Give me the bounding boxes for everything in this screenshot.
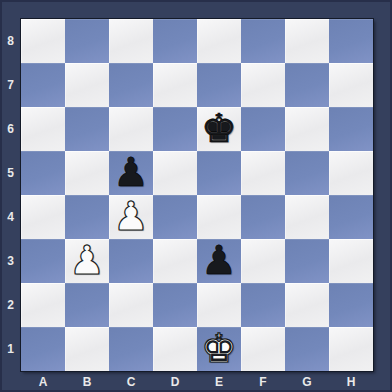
- file-label-f: F: [241, 371, 285, 392]
- rank-label-7: 7: [0, 63, 21, 107]
- rank-label-3: 3: [0, 239, 21, 283]
- square-d2[interactable]: [153, 283, 197, 327]
- square-a1[interactable]: [21, 327, 65, 371]
- file-label-h: H: [329, 371, 373, 392]
- rank-label-1: 1: [0, 327, 21, 371]
- square-b2[interactable]: [65, 283, 109, 327]
- square-e5[interactable]: [197, 151, 241, 195]
- rank-label-2: 2: [0, 283, 21, 327]
- square-f2[interactable]: [241, 283, 285, 327]
- square-a6[interactable]: [21, 107, 65, 151]
- square-e6[interactable]: ♚: [197, 107, 241, 151]
- square-f5[interactable]: [241, 151, 285, 195]
- square-c6[interactable]: [109, 107, 153, 151]
- square-h4[interactable]: [329, 195, 373, 239]
- chess-board[interactable]: ♚♟♟♟♟♚: [21, 19, 373, 371]
- square-c7[interactable]: [109, 63, 153, 107]
- square-d3[interactable]: [153, 239, 197, 283]
- square-f8[interactable]: [241, 19, 285, 63]
- square-b6[interactable]: [65, 107, 109, 151]
- rank-label-6: 6: [0, 107, 21, 151]
- square-g7[interactable]: [285, 63, 329, 107]
- square-a7[interactable]: [21, 63, 65, 107]
- square-d4[interactable]: [153, 195, 197, 239]
- square-d6[interactable]: [153, 107, 197, 151]
- square-g1[interactable]: [285, 327, 329, 371]
- piece-white-pawn[interactable]: ♟: [113, 194, 149, 238]
- rank-label-8: 8: [0, 19, 21, 63]
- square-c4[interactable]: ♟: [109, 195, 153, 239]
- square-d5[interactable]: [153, 151, 197, 195]
- file-label-d: D: [153, 371, 197, 392]
- square-h3[interactable]: [329, 239, 373, 283]
- square-c2[interactable]: [109, 283, 153, 327]
- file-label-g: G: [285, 371, 329, 392]
- chess-diagram-frame: 87654321 ♚♟♟♟♟♚ ABCDEFGH: [0, 0, 392, 392]
- piece-white-king[interactable]: ♚: [201, 326, 237, 370]
- square-g6[interactable]: [285, 107, 329, 151]
- square-e8[interactable]: [197, 19, 241, 63]
- file-label-a: A: [21, 371, 65, 392]
- file-labels: ABCDEFGH: [21, 371, 373, 392]
- square-e2[interactable]: [197, 283, 241, 327]
- square-b3[interactable]: ♟: [65, 239, 109, 283]
- piece-black-pawn[interactable]: ♟: [201, 238, 237, 282]
- rank-label-4: 4: [0, 195, 21, 239]
- square-h2[interactable]: [329, 283, 373, 327]
- rank-label-5: 5: [0, 151, 21, 195]
- square-g3[interactable]: [285, 239, 329, 283]
- square-e1[interactable]: ♚: [197, 327, 241, 371]
- square-b8[interactable]: [65, 19, 109, 63]
- file-label-b: B: [65, 371, 109, 392]
- square-g4[interactable]: [285, 195, 329, 239]
- square-e7[interactable]: [197, 63, 241, 107]
- square-c3[interactable]: [109, 239, 153, 283]
- square-f1[interactable]: [241, 327, 285, 371]
- square-a4[interactable]: [21, 195, 65, 239]
- square-a8[interactable]: [21, 19, 65, 63]
- square-d8[interactable]: [153, 19, 197, 63]
- square-f7[interactable]: [241, 63, 285, 107]
- square-g5[interactable]: [285, 151, 329, 195]
- square-f4[interactable]: [241, 195, 285, 239]
- square-e3[interactable]: ♟: [197, 239, 241, 283]
- square-e4[interactable]: [197, 195, 241, 239]
- square-g2[interactable]: [285, 283, 329, 327]
- square-b7[interactable]: [65, 63, 109, 107]
- square-c1[interactable]: [109, 327, 153, 371]
- square-f3[interactable]: [241, 239, 285, 283]
- square-h1[interactable]: [329, 327, 373, 371]
- square-b4[interactable]: [65, 195, 109, 239]
- file-label-c: C: [109, 371, 153, 392]
- square-a3[interactable]: [21, 239, 65, 283]
- piece-black-king[interactable]: ♚: [201, 106, 237, 150]
- square-h8[interactable]: [329, 19, 373, 63]
- square-b1[interactable]: [65, 327, 109, 371]
- square-a5[interactable]: [21, 151, 65, 195]
- square-c5[interactable]: ♟: [109, 151, 153, 195]
- rank-labels: 87654321: [0, 19, 21, 371]
- square-g8[interactable]: [285, 19, 329, 63]
- square-d7[interactable]: [153, 63, 197, 107]
- piece-white-pawn[interactable]: ♟: [69, 238, 105, 282]
- square-h7[interactable]: [329, 63, 373, 107]
- square-c8[interactable]: [109, 19, 153, 63]
- square-h5[interactable]: [329, 151, 373, 195]
- square-f6[interactable]: [241, 107, 285, 151]
- piece-black-pawn[interactable]: ♟: [113, 150, 149, 194]
- square-h6[interactable]: [329, 107, 373, 151]
- square-b5[interactable]: [65, 151, 109, 195]
- square-d1[interactable]: [153, 327, 197, 371]
- square-a2[interactable]: [21, 283, 65, 327]
- file-label-e: E: [197, 371, 241, 392]
